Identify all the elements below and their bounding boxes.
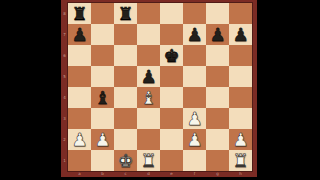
square-b2: ♟ (91, 129, 114, 150)
square-g6 (206, 45, 229, 66)
square-f3: ♟ (183, 108, 206, 129)
square-e7 (160, 24, 183, 45)
rank-label-8: 8 (61, 3, 68, 24)
square-c2 (114, 129, 137, 150)
file-label-h: h (229, 171, 252, 177)
board-frame: 87654321 abcdefgh ♜♜♟♟♟♟♚♟♝♝♟♟♟♟♟♚♜♜ (61, 0, 257, 177)
white-pawn: ♟ (68, 129, 91, 150)
square-c7 (114, 24, 137, 45)
square-a8: ♜ (68, 3, 91, 24)
square-d6 (137, 45, 160, 66)
rank-label-1: 1 (61, 150, 68, 171)
square-f8 (183, 3, 206, 24)
white-rook: ♜ (229, 150, 252, 171)
white-bishop: ♝ (137, 87, 160, 108)
square-c6 (114, 45, 137, 66)
square-g4 (206, 87, 229, 108)
square-g2 (206, 129, 229, 150)
square-d4: ♝ (137, 87, 160, 108)
black-pawn: ♟ (206, 24, 229, 45)
square-a5 (68, 66, 91, 87)
square-e2 (160, 129, 183, 150)
square-c1: ♚ (114, 150, 137, 171)
square-b1 (91, 150, 114, 171)
square-f7: ♟ (183, 24, 206, 45)
black-pawn: ♟ (68, 24, 91, 45)
square-f4 (183, 87, 206, 108)
square-h4 (229, 87, 252, 108)
black-bishop: ♝ (91, 87, 114, 108)
white-pawn: ♟ (183, 108, 206, 129)
square-d1: ♜ (137, 150, 160, 171)
rank-labels: 87654321 (61, 3, 68, 171)
rank-label-2: 2 (61, 129, 68, 150)
square-h1: ♜ (229, 150, 252, 171)
square-a3 (68, 108, 91, 129)
square-a1 (68, 150, 91, 171)
square-f2: ♟ (183, 129, 206, 150)
square-a7: ♟ (68, 24, 91, 45)
square-d3 (137, 108, 160, 129)
file-label-c: c (114, 171, 137, 177)
white-pawn: ♟ (91, 129, 114, 150)
square-e6: ♚ (160, 45, 183, 66)
white-king: ♚ (114, 150, 137, 171)
square-h8 (229, 3, 252, 24)
white-rook: ♜ (137, 150, 160, 171)
rank-label-6: 6 (61, 45, 68, 66)
square-f1 (183, 150, 206, 171)
file-label-e: e (160, 171, 183, 177)
file-labels: abcdefgh (68, 171, 252, 177)
black-rook: ♜ (68, 3, 91, 24)
black-pawn: ♟ (137, 66, 160, 87)
square-e5 (160, 66, 183, 87)
file-label-f: f (183, 171, 206, 177)
square-e3 (160, 108, 183, 129)
square-a2: ♟ (68, 129, 91, 150)
square-d8 (137, 3, 160, 24)
rank-label-3: 3 (61, 108, 68, 129)
square-c4 (114, 87, 137, 108)
square-b5 (91, 66, 114, 87)
square-d7 (137, 24, 160, 45)
square-b3 (91, 108, 114, 129)
square-e1 (160, 150, 183, 171)
rank-label-7: 7 (61, 24, 68, 45)
square-b7 (91, 24, 114, 45)
square-c3 (114, 108, 137, 129)
rank-label-5: 5 (61, 66, 68, 87)
square-h2: ♟ (229, 129, 252, 150)
square-c8: ♜ (114, 3, 137, 24)
square-h5 (229, 66, 252, 87)
square-a4 (68, 87, 91, 108)
square-b4: ♝ (91, 87, 114, 108)
white-pawn: ♟ (229, 129, 252, 150)
square-g3 (206, 108, 229, 129)
square-h6 (229, 45, 252, 66)
square-d2 (137, 129, 160, 150)
square-b8 (91, 3, 114, 24)
square-f6 (183, 45, 206, 66)
file-label-b: b (91, 171, 114, 177)
file-label-g: g (206, 171, 229, 177)
square-c5 (114, 66, 137, 87)
square-h3 (229, 108, 252, 129)
black-king: ♚ (160, 45, 183, 66)
black-pawn: ♟ (183, 24, 206, 45)
chess-board: ♜♜♟♟♟♟♚♟♝♝♟♟♟♟♟♚♜♜ (68, 3, 252, 171)
square-g1 (206, 150, 229, 171)
file-label-d: d (137, 171, 160, 177)
square-g8 (206, 3, 229, 24)
square-e8 (160, 3, 183, 24)
rank-label-4: 4 (61, 87, 68, 108)
black-rook: ♜ (114, 3, 137, 24)
square-f5 (183, 66, 206, 87)
square-e4 (160, 87, 183, 108)
square-b6 (91, 45, 114, 66)
square-h7: ♟ (229, 24, 252, 45)
square-a6 (68, 45, 91, 66)
square-g7: ♟ (206, 24, 229, 45)
white-pawn: ♟ (183, 129, 206, 150)
square-d5: ♟ (137, 66, 160, 87)
black-pawn: ♟ (229, 24, 252, 45)
square-g5 (206, 66, 229, 87)
file-label-a: a (68, 171, 91, 177)
